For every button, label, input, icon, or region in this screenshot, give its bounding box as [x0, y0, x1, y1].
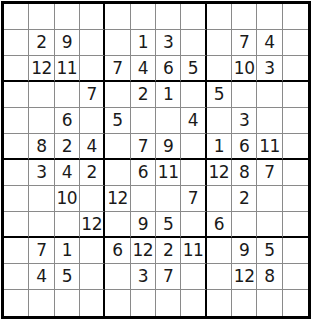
cell-r7c8[interactable]	[181, 160, 206, 186]
cell-r10c9[interactable]	[207, 238, 232, 264]
cell-r6c5[interactable]	[105, 134, 130, 160]
cell-r7c3: 4	[55, 160, 80, 186]
cell-r4c8[interactable]	[181, 82, 206, 108]
cell-r9c10[interactable]	[232, 212, 257, 238]
cell-r5c9[interactable]	[207, 108, 232, 134]
cell-r10c11: 5	[257, 238, 282, 264]
cell-r11c11: 8	[257, 264, 282, 290]
cell-r11c2: 4	[29, 264, 54, 290]
cell-r3c6: 4	[131, 56, 156, 82]
cell-r7c10: 8	[232, 160, 257, 186]
cell-r12c11[interactable]	[257, 290, 282, 316]
cell-r8c1[interactable]	[4, 186, 29, 212]
cell-r9c11[interactable]	[257, 212, 282, 238]
cell-r9c5[interactable]	[105, 212, 130, 238]
cell-r1c6[interactable]	[131, 4, 156, 30]
cell-r11c6: 3	[131, 264, 156, 290]
cell-r8c10: 2	[232, 186, 257, 212]
cell-r2c10: 7	[232, 30, 257, 56]
cell-r12c2[interactable]	[29, 290, 54, 316]
cell-r2c7: 3	[156, 30, 181, 56]
cell-r5c5: 5	[105, 108, 130, 134]
cell-r8c5: 12	[105, 186, 130, 212]
cell-r2c12[interactable]	[283, 30, 308, 56]
cell-r8c12[interactable]	[283, 186, 308, 212]
cell-r2c6: 1	[131, 30, 156, 56]
cell-r8c3: 10	[55, 186, 80, 212]
cell-r12c4[interactable]	[80, 290, 105, 316]
cell-r5c8: 4	[181, 108, 206, 134]
cell-r4c10[interactable]	[232, 82, 257, 108]
cell-r4c6: 2	[131, 82, 156, 108]
cell-r6c9: 1	[207, 134, 232, 160]
cell-r7c9: 12	[207, 160, 232, 186]
cell-r3c3: 11	[55, 56, 80, 82]
cell-r8c6[interactable]	[131, 186, 156, 212]
cell-r9c7: 5	[156, 212, 181, 238]
cell-r5c7[interactable]	[156, 108, 181, 134]
cell-r7c12[interactable]	[283, 160, 308, 186]
cell-r6c12[interactable]	[283, 134, 308, 160]
cell-r8c8: 7	[181, 186, 206, 212]
cell-r9c8[interactable]	[181, 212, 206, 238]
cell-r11c9[interactable]	[207, 264, 232, 290]
cell-r3c12[interactable]	[283, 56, 308, 82]
cell-r9c1[interactable]	[4, 212, 29, 238]
cell-r9c12[interactable]	[283, 212, 308, 238]
cell-r11c7: 7	[156, 264, 181, 290]
cell-r2c9[interactable]	[207, 30, 232, 56]
cell-r8c7[interactable]	[156, 186, 181, 212]
cell-r9c2[interactable]	[29, 212, 54, 238]
cell-r8c2[interactable]	[29, 186, 54, 212]
cell-r10c4[interactable]	[80, 238, 105, 264]
cell-r10c12[interactable]	[283, 238, 308, 264]
cell-r6c8[interactable]	[181, 134, 206, 160]
cell-r1c3[interactable]	[55, 4, 80, 30]
cell-r1c11[interactable]	[257, 4, 282, 30]
cell-r4c5[interactable]	[105, 82, 130, 108]
cell-r7c2: 3	[29, 160, 54, 186]
cell-r12c3[interactable]	[55, 290, 80, 316]
cell-r3c4[interactable]	[80, 56, 105, 82]
cell-r8c9[interactable]	[207, 186, 232, 212]
cell-r1c5[interactable]	[105, 4, 130, 30]
cell-r9c4: 12	[80, 212, 105, 238]
cell-r6c1[interactable]	[4, 134, 29, 160]
cell-r6c10: 6	[232, 134, 257, 160]
cell-r1c2[interactable]	[29, 4, 54, 30]
cell-r3c11: 3	[257, 56, 282, 82]
cell-r4c2[interactable]	[29, 82, 54, 108]
cell-r7c1[interactable]	[4, 160, 29, 186]
cell-r11c4[interactable]	[80, 264, 105, 290]
cell-r11c12[interactable]	[283, 264, 308, 290]
cell-r2c5[interactable]	[105, 30, 130, 56]
cell-r5c3: 6	[55, 108, 80, 134]
cell-r1c9[interactable]	[207, 4, 232, 30]
cell-r10c8: 11	[181, 238, 206, 264]
cell-r7c11: 7	[257, 160, 282, 186]
cell-r5c11[interactable]	[257, 108, 282, 134]
cell-r3c8: 5	[181, 56, 206, 82]
cell-r12c7[interactable]	[156, 290, 181, 316]
cell-r9c6: 9	[131, 212, 156, 238]
cell-r2c1[interactable]	[4, 30, 29, 56]
cell-r3c2: 12	[29, 56, 54, 82]
cell-r4c7: 1	[156, 82, 181, 108]
cell-r5c6[interactable]	[131, 108, 156, 134]
cell-r12c5[interactable]	[105, 290, 130, 316]
cell-r6c11: 11	[257, 134, 282, 160]
cell-r4c9: 5	[207, 82, 232, 108]
cell-r6c2: 8	[29, 134, 54, 160]
cell-r2c4[interactable]	[80, 30, 105, 56]
cell-r2c2: 2	[29, 30, 54, 56]
cell-r7c6: 6	[131, 160, 156, 186]
cell-r8c4[interactable]	[80, 186, 105, 212]
cell-r10c7: 2	[156, 238, 181, 264]
cell-r1c10[interactable]	[232, 4, 257, 30]
cell-r4c4: 7	[80, 82, 105, 108]
cell-r10c6: 12	[131, 238, 156, 264]
cell-r2c11: 4	[257, 30, 282, 56]
sudoku-board: 2913741211746510372156543824791611342611…	[1, 1, 311, 319]
cell-r11c8[interactable]	[181, 264, 206, 290]
cell-r12c8[interactable]	[181, 290, 206, 316]
cell-r12c9[interactable]	[207, 290, 232, 316]
cell-r8c11[interactable]	[257, 186, 282, 212]
cell-r7c7: 11	[156, 160, 181, 186]
cell-r10c1[interactable]	[4, 238, 29, 264]
cell-r5c1[interactable]	[4, 108, 29, 134]
cell-r12c6[interactable]	[131, 290, 156, 316]
cell-r5c12[interactable]	[283, 108, 308, 134]
cell-r1c1[interactable]	[4, 4, 29, 30]
cell-r6c4: 4	[80, 134, 105, 160]
cell-r10c10: 9	[232, 238, 257, 264]
cell-r12c1[interactable]	[4, 290, 29, 316]
cell-r3c7: 6	[156, 56, 181, 82]
cell-r5c10: 3	[232, 108, 257, 134]
cell-r1c8[interactable]	[181, 4, 206, 30]
cell-r1c12[interactable]	[283, 4, 308, 30]
cell-r3c9[interactable]	[207, 56, 232, 82]
cell-r2c8[interactable]	[181, 30, 206, 56]
cell-r12c10[interactable]	[232, 290, 257, 316]
cell-r6c6: 7	[131, 134, 156, 160]
cell-r10c5: 6	[105, 238, 130, 264]
cell-r12c12[interactable]	[283, 290, 308, 316]
cell-r11c1[interactable]	[4, 264, 29, 290]
cell-r9c3[interactable]	[55, 212, 80, 238]
cell-r3c1[interactable]	[4, 56, 29, 82]
cell-r3c5: 7	[105, 56, 130, 82]
cell-r9c9: 6	[207, 212, 232, 238]
cell-r11c5[interactable]	[105, 264, 130, 290]
cell-r11c3: 5	[55, 264, 80, 290]
cell-r6c7: 9	[156, 134, 181, 160]
cell-r3c10: 10	[232, 56, 257, 82]
cell-r4c12[interactable]	[283, 82, 308, 108]
cell-r4c1[interactable]	[4, 82, 29, 108]
cell-r5c4[interactable]	[80, 108, 105, 134]
cell-r11c10: 12	[232, 264, 257, 290]
cell-r10c2: 7	[29, 238, 54, 264]
cell-r1c4[interactable]	[80, 4, 105, 30]
cell-r10c3: 1	[55, 238, 80, 264]
cell-r4c3[interactable]	[55, 82, 80, 108]
cell-r5c2[interactable]	[29, 108, 54, 134]
cell-r7c4: 2	[80, 160, 105, 186]
cell-r2c3: 9	[55, 30, 80, 56]
cell-r4c11[interactable]	[257, 82, 282, 108]
cell-r1c7[interactable]	[156, 4, 181, 30]
cell-r7c5[interactable]	[105, 160, 130, 186]
cell-r6c3: 2	[55, 134, 80, 160]
